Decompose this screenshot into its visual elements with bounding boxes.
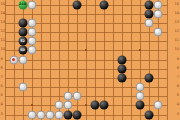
row-label-right: 11 — [175, 39, 179, 43]
stone-black — [72, 0, 81, 9]
last-move-red-marker — [12, 58, 15, 61]
stone-white — [153, 28, 162, 37]
grid-horizontal-line — [5, 60, 168, 61]
row-label-right: 5 — [177, 94, 179, 98]
grid-horizontal-line — [5, 69, 168, 70]
stone-black — [144, 0, 153, 9]
stone-white — [135, 92, 144, 101]
stone-black — [18, 18, 27, 27]
stone-black — [18, 28, 27, 37]
stone-black — [117, 55, 126, 64]
stone-white — [63, 92, 72, 101]
move-number-label: 240 — [19, 3, 26, 6]
stone-white — [153, 0, 162, 9]
row-label-right: 13 — [175, 21, 179, 25]
grid-horizontal-line — [5, 78, 168, 79]
hoshi-star-point — [85, 104, 87, 106]
row-label-left: 3 — [1, 113, 3, 117]
row-label-right: 7 — [177, 76, 179, 80]
row-label-left: 12 — [1, 30, 5, 34]
stone-white — [153, 9, 162, 18]
stone-black — [99, 0, 108, 9]
stone-black — [63, 110, 72, 119]
row-label-left: 15 — [1, 3, 5, 7]
stone-white — [54, 101, 63, 110]
stone-white — [18, 55, 27, 64]
row-label-right: 3 — [177, 113, 179, 117]
hoshi-star-point — [139, 49, 141, 51]
row-label-right: 8 — [177, 67, 179, 71]
stone-black — [135, 101, 144, 110]
stone-white — [153, 101, 162, 110]
grid-horizontal-line — [5, 14, 168, 15]
stone-white — [63, 101, 72, 110]
stone-white — [36, 110, 45, 119]
hoshi-star-point — [85, 49, 87, 51]
row-label-left: 7 — [1, 76, 3, 80]
stone-black: 52 — [18, 37, 27, 46]
stone-black — [117, 64, 126, 73]
stone-white — [144, 18, 153, 27]
row-label-right: 14 — [175, 12, 179, 16]
row-label-left: 5 — [1, 94, 3, 98]
row-label-right: 12 — [175, 30, 179, 34]
stone-black: 60 — [18, 46, 27, 55]
row-label-right: 6 — [177, 85, 179, 89]
stone-white — [18, 83, 27, 92]
stone-white — [27, 46, 36, 55]
stone-black — [144, 110, 153, 119]
stone-black — [117, 73, 126, 82]
row-label-left: 6 — [1, 85, 3, 89]
row-label-left: 14 — [1, 12, 5, 16]
row-label-left: 13 — [1, 21, 5, 25]
row-label-left: 10 — [1, 49, 5, 53]
stone-white — [72, 92, 81, 101]
stone-white — [27, 37, 36, 46]
stone-white — [54, 110, 63, 119]
stone-black — [90, 101, 99, 110]
stone-white — [27, 110, 36, 119]
row-label-left: 4 — [1, 104, 3, 108]
stone-black — [144, 73, 153, 82]
stone-white — [45, 110, 54, 119]
stone-white — [135, 83, 144, 92]
row-label-right: 4 — [177, 104, 179, 108]
move-number-label: 60 — [20, 49, 25, 52]
stone-white-marked — [9, 55, 18, 64]
hoshi-star-point — [31, 104, 33, 106]
row-label-left: 9 — [1, 58, 3, 62]
stone-last-move-green: 240 — [18, 0, 27, 9]
stone-white — [27, 18, 36, 27]
stone-white — [27, 28, 36, 37]
row-label-left: 8 — [1, 67, 3, 71]
stone-black — [72, 110, 81, 119]
row-label-left: 11 — [1, 39, 5, 43]
row-label-right: 15 — [175, 3, 179, 7]
row-label-right: 10 — [175, 49, 179, 53]
stone-white — [27, 0, 36, 9]
go-board[interactable]: 1515141413131212111110109988776655443324… — [0, 0, 180, 120]
stone-black — [144, 9, 153, 18]
stone-black — [99, 101, 108, 110]
row-label-right: 9 — [177, 58, 179, 62]
move-number-label: 52 — [20, 39, 25, 42]
